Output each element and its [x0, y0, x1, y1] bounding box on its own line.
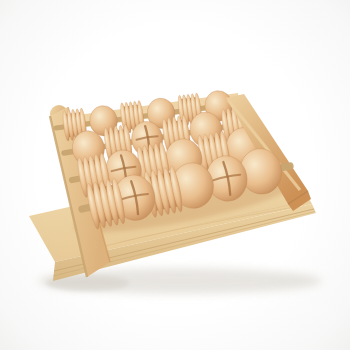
massager-illustration	[0, 0, 350, 350]
photo-canvas	[0, 0, 350, 350]
